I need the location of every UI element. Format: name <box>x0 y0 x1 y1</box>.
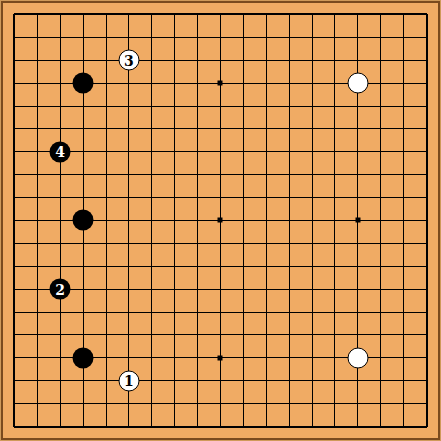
intersection-T1[interactable] <box>415 415 438 438</box>
intersection-R4[interactable] <box>369 346 392 369</box>
intersection-B14[interactable] <box>26 117 49 140</box>
intersection-J7[interactable] <box>186 278 209 301</box>
intersection-Q15[interactable] <box>346 95 369 118</box>
intersection-R19[interactable] <box>369 3 392 26</box>
intersection-B18[interactable] <box>26 26 49 49</box>
intersection-C8[interactable] <box>49 255 72 278</box>
intersection-Q17[interactable] <box>346 49 369 72</box>
intersection-J3[interactable] <box>186 369 209 392</box>
intersection-D9[interactable] <box>72 232 95 255</box>
intersection-L6[interactable] <box>232 301 255 324</box>
intersection-C3[interactable] <box>49 369 72 392</box>
intersection-T2[interactable] <box>415 392 438 415</box>
intersection-L17[interactable] <box>232 49 255 72</box>
intersection-N17[interactable] <box>278 49 301 72</box>
intersection-O19[interactable] <box>301 3 324 26</box>
intersection-R7[interactable] <box>369 278 392 301</box>
intersection-S11[interactable] <box>392 186 415 209</box>
intersection-P13[interactable] <box>324 140 347 163</box>
intersection-T19[interactable] <box>415 3 438 26</box>
intersection-D14[interactable] <box>72 117 95 140</box>
intersection-A6[interactable] <box>3 301 26 324</box>
intersection-H4[interactable] <box>163 346 186 369</box>
intersection-L8[interactable] <box>232 255 255 278</box>
intersection-G3[interactable] <box>140 369 163 392</box>
intersection-D6[interactable] <box>72 301 95 324</box>
intersection-O18[interactable] <box>301 26 324 49</box>
intersection-J18[interactable] <box>186 26 209 49</box>
intersection-F10[interactable] <box>117 209 140 232</box>
intersection-H11[interactable] <box>163 186 186 209</box>
intersection-B17[interactable] <box>26 49 49 72</box>
intersection-C10[interactable] <box>49 209 72 232</box>
intersection-S15[interactable] <box>392 95 415 118</box>
intersection-J13[interactable] <box>186 140 209 163</box>
intersection-M5[interactable] <box>255 324 278 347</box>
intersection-T10[interactable] <box>415 209 438 232</box>
intersection-F8[interactable] <box>117 255 140 278</box>
intersection-C17[interactable] <box>49 49 72 72</box>
intersection-O1[interactable] <box>301 415 324 438</box>
intersection-O2[interactable] <box>301 392 324 415</box>
intersection-E1[interactable] <box>95 415 118 438</box>
intersection-M10[interactable] <box>255 209 278 232</box>
intersection-M6[interactable] <box>255 301 278 324</box>
intersection-F1[interactable] <box>117 415 140 438</box>
intersection-R16[interactable] <box>369 72 392 95</box>
intersection-E4[interactable] <box>95 346 118 369</box>
intersection-E17[interactable] <box>95 49 118 72</box>
intersection-E8[interactable] <box>95 255 118 278</box>
intersection-P5[interactable] <box>324 324 347 347</box>
intersection-A3[interactable] <box>3 369 26 392</box>
intersection-Q7[interactable] <box>346 278 369 301</box>
intersection-H1[interactable] <box>163 415 186 438</box>
intersection-L12[interactable] <box>232 163 255 186</box>
intersection-O11[interactable] <box>301 186 324 209</box>
intersection-P12[interactable] <box>324 163 347 186</box>
intersection-Q14[interactable] <box>346 117 369 140</box>
intersection-F19[interactable] <box>117 3 140 26</box>
intersection-T15[interactable] <box>415 95 438 118</box>
intersection-L16[interactable] <box>232 72 255 95</box>
intersection-S1[interactable] <box>392 415 415 438</box>
intersection-L5[interactable] <box>232 324 255 347</box>
intersection-D19[interactable] <box>72 3 95 26</box>
intersection-F4[interactable] <box>117 346 140 369</box>
intersection-R1[interactable] <box>369 415 392 438</box>
intersection-F2[interactable] <box>117 392 140 415</box>
intersection-C4[interactable] <box>49 346 72 369</box>
intersection-R3[interactable] <box>369 369 392 392</box>
intersection-R6[interactable] <box>369 301 392 324</box>
intersection-K2[interactable] <box>209 392 232 415</box>
intersection-P8[interactable] <box>324 255 347 278</box>
intersection-S8[interactable] <box>392 255 415 278</box>
intersection-C13[interactable]: 4 <box>49 140 72 163</box>
intersection-R17[interactable] <box>369 49 392 72</box>
intersection-D1[interactable] <box>72 415 95 438</box>
intersection-H17[interactable] <box>163 49 186 72</box>
intersection-T5[interactable] <box>415 324 438 347</box>
intersection-Q5[interactable] <box>346 324 369 347</box>
intersection-G4[interactable] <box>140 346 163 369</box>
intersection-J14[interactable] <box>186 117 209 140</box>
intersection-M16[interactable] <box>255 72 278 95</box>
intersection-N10[interactable] <box>278 209 301 232</box>
intersection-R18[interactable] <box>369 26 392 49</box>
intersection-F9[interactable] <box>117 232 140 255</box>
intersection-J16[interactable] <box>186 72 209 95</box>
intersection-P7[interactable] <box>324 278 347 301</box>
intersection-K18[interactable] <box>209 26 232 49</box>
intersection-M18[interactable] <box>255 26 278 49</box>
intersection-M7[interactable] <box>255 278 278 301</box>
intersection-O4[interactable] <box>301 346 324 369</box>
intersection-K5[interactable] <box>209 324 232 347</box>
intersection-C16[interactable] <box>49 72 72 95</box>
intersection-A2[interactable] <box>3 392 26 415</box>
intersection-F15[interactable] <box>117 95 140 118</box>
intersection-O13[interactable] <box>301 140 324 163</box>
intersection-A12[interactable] <box>3 163 26 186</box>
intersection-J17[interactable] <box>186 49 209 72</box>
intersection-N11[interactable] <box>278 186 301 209</box>
intersection-D5[interactable] <box>72 324 95 347</box>
intersection-P10[interactable] <box>324 209 347 232</box>
intersection-K12[interactable] <box>209 163 232 186</box>
intersection-D4[interactable] <box>72 346 95 369</box>
intersection-A1[interactable] <box>3 415 26 438</box>
intersection-G8[interactable] <box>140 255 163 278</box>
intersection-P6[interactable] <box>324 301 347 324</box>
intersection-L9[interactable] <box>232 232 255 255</box>
intersection-D7[interactable] <box>72 278 95 301</box>
intersection-D12[interactable] <box>72 163 95 186</box>
intersection-J19[interactable] <box>186 3 209 26</box>
intersection-T3[interactable] <box>415 369 438 392</box>
intersection-O5[interactable] <box>301 324 324 347</box>
intersection-C2[interactable] <box>49 392 72 415</box>
intersection-K14[interactable] <box>209 117 232 140</box>
intersection-K13[interactable] <box>209 140 232 163</box>
intersection-S13[interactable] <box>392 140 415 163</box>
intersection-G19[interactable] <box>140 3 163 26</box>
intersection-T7[interactable] <box>415 278 438 301</box>
intersection-Q3[interactable] <box>346 369 369 392</box>
intersection-P1[interactable] <box>324 415 347 438</box>
intersection-E10[interactable] <box>95 209 118 232</box>
intersection-G13[interactable] <box>140 140 163 163</box>
intersection-E19[interactable] <box>95 3 118 26</box>
intersection-H19[interactable] <box>163 3 186 26</box>
intersection-G18[interactable] <box>140 26 163 49</box>
intersection-N8[interactable] <box>278 255 301 278</box>
intersection-B9[interactable] <box>26 232 49 255</box>
intersection-K9[interactable] <box>209 232 232 255</box>
intersection-S3[interactable] <box>392 369 415 392</box>
intersection-C19[interactable] <box>49 3 72 26</box>
intersection-Q13[interactable] <box>346 140 369 163</box>
intersection-Q9[interactable] <box>346 232 369 255</box>
intersection-R14[interactable] <box>369 117 392 140</box>
intersection-N2[interactable] <box>278 392 301 415</box>
intersection-L3[interactable] <box>232 369 255 392</box>
intersection-B10[interactable] <box>26 209 49 232</box>
intersection-Q16[interactable] <box>346 72 369 95</box>
intersection-T14[interactable] <box>415 117 438 140</box>
intersection-K7[interactable] <box>209 278 232 301</box>
intersection-P11[interactable] <box>324 186 347 209</box>
intersection-T16[interactable] <box>415 72 438 95</box>
intersection-P17[interactable] <box>324 49 347 72</box>
intersection-E14[interactable] <box>95 117 118 140</box>
intersection-A10[interactable] <box>3 209 26 232</box>
intersection-N4[interactable] <box>278 346 301 369</box>
intersection-B4[interactable] <box>26 346 49 369</box>
intersection-D2[interactable] <box>72 392 95 415</box>
intersection-M2[interactable] <box>255 392 278 415</box>
intersection-J9[interactable] <box>186 232 209 255</box>
intersection-D17[interactable] <box>72 49 95 72</box>
intersection-G12[interactable] <box>140 163 163 186</box>
intersection-L4[interactable] <box>232 346 255 369</box>
intersection-B13[interactable] <box>26 140 49 163</box>
intersection-D10[interactable] <box>72 209 95 232</box>
intersection-J12[interactable] <box>186 163 209 186</box>
intersection-A8[interactable] <box>3 255 26 278</box>
intersection-O12[interactable] <box>301 163 324 186</box>
intersection-E18[interactable] <box>95 26 118 49</box>
intersection-F3[interactable]: 1 <box>117 369 140 392</box>
intersection-L2[interactable] <box>232 392 255 415</box>
intersection-M19[interactable] <box>255 3 278 26</box>
intersection-K15[interactable] <box>209 95 232 118</box>
intersection-P4[interactable] <box>324 346 347 369</box>
intersection-K4[interactable] <box>209 346 232 369</box>
intersection-S19[interactable] <box>392 3 415 26</box>
intersection-N19[interactable] <box>278 3 301 26</box>
intersection-F16[interactable] <box>117 72 140 95</box>
intersection-O3[interactable] <box>301 369 324 392</box>
intersection-N13[interactable] <box>278 140 301 163</box>
intersection-G5[interactable] <box>140 324 163 347</box>
intersection-A7[interactable] <box>3 278 26 301</box>
intersection-S18[interactable] <box>392 26 415 49</box>
intersection-F6[interactable] <box>117 301 140 324</box>
intersection-M8[interactable] <box>255 255 278 278</box>
intersection-M9[interactable] <box>255 232 278 255</box>
intersection-D3[interactable] <box>72 369 95 392</box>
intersection-J11[interactable] <box>186 186 209 209</box>
intersection-F11[interactable] <box>117 186 140 209</box>
intersection-M11[interactable] <box>255 186 278 209</box>
intersection-P15[interactable] <box>324 95 347 118</box>
intersection-D15[interactable] <box>72 95 95 118</box>
intersection-E2[interactable] <box>95 392 118 415</box>
intersection-L1[interactable] <box>232 415 255 438</box>
intersection-G10[interactable] <box>140 209 163 232</box>
intersection-A17[interactable] <box>3 49 26 72</box>
intersection-C15[interactable] <box>49 95 72 118</box>
intersection-G7[interactable] <box>140 278 163 301</box>
intersection-Q8[interactable] <box>346 255 369 278</box>
intersection-O15[interactable] <box>301 95 324 118</box>
intersection-N14[interactable] <box>278 117 301 140</box>
intersection-F18[interactable] <box>117 26 140 49</box>
intersection-N6[interactable] <box>278 301 301 324</box>
intersection-H16[interactable] <box>163 72 186 95</box>
intersection-G2[interactable] <box>140 392 163 415</box>
intersection-B16[interactable] <box>26 72 49 95</box>
intersection-A9[interactable] <box>3 232 26 255</box>
intersection-J1[interactable] <box>186 415 209 438</box>
intersection-N7[interactable] <box>278 278 301 301</box>
intersection-S4[interactable] <box>392 346 415 369</box>
intersection-O9[interactable] <box>301 232 324 255</box>
intersection-P19[interactable] <box>324 3 347 26</box>
intersection-M4[interactable] <box>255 346 278 369</box>
intersection-C18[interactable] <box>49 26 72 49</box>
intersection-H9[interactable] <box>163 232 186 255</box>
intersection-J10[interactable] <box>186 209 209 232</box>
intersection-B3[interactable] <box>26 369 49 392</box>
intersection-E12[interactable] <box>95 163 118 186</box>
intersection-J6[interactable] <box>186 301 209 324</box>
intersection-A5[interactable] <box>3 324 26 347</box>
intersection-B1[interactable] <box>26 415 49 438</box>
intersection-J4[interactable] <box>186 346 209 369</box>
intersection-H10[interactable] <box>163 209 186 232</box>
intersection-Q18[interactable] <box>346 26 369 49</box>
intersection-F7[interactable] <box>117 278 140 301</box>
intersection-N1[interactable] <box>278 415 301 438</box>
intersection-K17[interactable] <box>209 49 232 72</box>
intersection-R15[interactable] <box>369 95 392 118</box>
intersection-N12[interactable] <box>278 163 301 186</box>
intersection-O8[interactable] <box>301 255 324 278</box>
intersection-R5[interactable] <box>369 324 392 347</box>
intersection-G14[interactable] <box>140 117 163 140</box>
intersection-Q12[interactable] <box>346 163 369 186</box>
intersection-K19[interactable] <box>209 3 232 26</box>
intersection-F5[interactable] <box>117 324 140 347</box>
intersection-H13[interactable] <box>163 140 186 163</box>
intersection-O7[interactable] <box>301 278 324 301</box>
intersection-Q10[interactable] <box>346 209 369 232</box>
intersection-Q11[interactable] <box>346 186 369 209</box>
intersection-N9[interactable] <box>278 232 301 255</box>
intersection-T6[interactable] <box>415 301 438 324</box>
intersection-T9[interactable] <box>415 232 438 255</box>
intersection-J8[interactable] <box>186 255 209 278</box>
intersection-H6[interactable] <box>163 301 186 324</box>
intersection-H14[interactable] <box>163 117 186 140</box>
intersection-M17[interactable] <box>255 49 278 72</box>
intersection-M1[interactable] <box>255 415 278 438</box>
intersection-G17[interactable] <box>140 49 163 72</box>
intersection-O17[interactable] <box>301 49 324 72</box>
intersection-D13[interactable] <box>72 140 95 163</box>
intersection-O6[interactable] <box>301 301 324 324</box>
intersection-G6[interactable] <box>140 301 163 324</box>
intersection-E3[interactable] <box>95 369 118 392</box>
intersection-L18[interactable] <box>232 26 255 49</box>
intersection-J15[interactable] <box>186 95 209 118</box>
intersection-O14[interactable] <box>301 117 324 140</box>
intersection-E13[interactable] <box>95 140 118 163</box>
intersection-B8[interactable] <box>26 255 49 278</box>
intersection-G1[interactable] <box>140 415 163 438</box>
intersection-T17[interactable] <box>415 49 438 72</box>
intersection-R12[interactable] <box>369 163 392 186</box>
intersection-P2[interactable] <box>324 392 347 415</box>
intersection-T4[interactable] <box>415 346 438 369</box>
intersection-S7[interactable] <box>392 278 415 301</box>
intersection-K11[interactable] <box>209 186 232 209</box>
intersection-C12[interactable] <box>49 163 72 186</box>
intersection-J2[interactable] <box>186 392 209 415</box>
intersection-B6[interactable] <box>26 301 49 324</box>
intersection-D16[interactable] <box>72 72 95 95</box>
intersection-E7[interactable] <box>95 278 118 301</box>
intersection-H8[interactable] <box>163 255 186 278</box>
intersection-J5[interactable] <box>186 324 209 347</box>
intersection-B5[interactable] <box>26 324 49 347</box>
intersection-M12[interactable] <box>255 163 278 186</box>
intersection-S5[interactable] <box>392 324 415 347</box>
intersection-L19[interactable] <box>232 3 255 26</box>
intersection-E5[interactable] <box>95 324 118 347</box>
intersection-A19[interactable] <box>3 3 26 26</box>
intersection-C9[interactable] <box>49 232 72 255</box>
intersection-S16[interactable] <box>392 72 415 95</box>
intersection-K8[interactable] <box>209 255 232 278</box>
intersection-H3[interactable] <box>163 369 186 392</box>
intersection-L13[interactable] <box>232 140 255 163</box>
intersection-D18[interactable] <box>72 26 95 49</box>
intersection-E16[interactable] <box>95 72 118 95</box>
intersection-L15[interactable] <box>232 95 255 118</box>
intersection-A13[interactable] <box>3 140 26 163</box>
intersection-F17[interactable]: 3 <box>117 49 140 72</box>
intersection-G11[interactable] <box>140 186 163 209</box>
intersection-S2[interactable] <box>392 392 415 415</box>
intersection-B15[interactable] <box>26 95 49 118</box>
intersection-C11[interactable] <box>49 186 72 209</box>
intersection-H7[interactable] <box>163 278 186 301</box>
intersection-P18[interactable] <box>324 26 347 49</box>
intersection-N3[interactable] <box>278 369 301 392</box>
intersection-N15[interactable] <box>278 95 301 118</box>
intersection-P16[interactable] <box>324 72 347 95</box>
intersection-L11[interactable] <box>232 186 255 209</box>
intersection-C1[interactable] <box>49 415 72 438</box>
intersection-H15[interactable] <box>163 95 186 118</box>
intersection-H5[interactable] <box>163 324 186 347</box>
intersection-A16[interactable] <box>3 72 26 95</box>
intersection-S17[interactable] <box>392 49 415 72</box>
intersection-S14[interactable] <box>392 117 415 140</box>
intersection-L7[interactable] <box>232 278 255 301</box>
intersection-Q2[interactable] <box>346 392 369 415</box>
intersection-A4[interactable] <box>3 346 26 369</box>
intersection-G15[interactable] <box>140 95 163 118</box>
intersection-L10[interactable] <box>232 209 255 232</box>
intersection-Q6[interactable] <box>346 301 369 324</box>
intersection-F14[interactable] <box>117 117 140 140</box>
intersection-B12[interactable] <box>26 163 49 186</box>
